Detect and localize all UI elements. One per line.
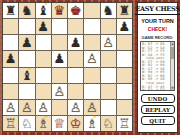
- piece-black-king-e8[interactable]: ♚: [70, 4, 82, 17]
- square-g2[interactable]: [101, 100, 116, 115]
- piece-black-queen-d8[interactable]: ♛: [54, 4, 66, 17]
- scroll-down-icon[interactable]: ▼: [171, 86, 174, 90]
- square-a7[interactable]: [3, 19, 18, 34]
- square-f3[interactable]: [84, 84, 99, 99]
- square-b3[interactable]: [19, 84, 34, 99]
- piece-white-pawn-g6[interactable]: ♙: [102, 36, 114, 49]
- square-e6[interactable]: ♟: [68, 35, 83, 50]
- piece-white-pawn-a2[interactable]: ♙: [5, 101, 17, 114]
- piece-black-pawn-a5[interactable]: ♟: [5, 52, 17, 65]
- square-f6[interactable]: [84, 35, 99, 50]
- piece-white-pawn-f2[interactable]: ♙: [86, 101, 98, 114]
- square-b4[interactable]: ♝: [19, 68, 34, 83]
- square-d6[interactable]: [52, 35, 67, 50]
- square-c2[interactable]: ♙: [36, 100, 51, 115]
- piece-white-rook-h1[interactable]: ♖: [119, 117, 131, 130]
- square-h1[interactable]: ♖: [117, 116, 132, 131]
- square-a3[interactable]: [3, 84, 18, 99]
- square-b2[interactable]: ♙: [19, 100, 34, 115]
- square-g7[interactable]: [101, 19, 116, 34]
- square-e7[interactable]: [68, 19, 83, 34]
- square-h5[interactable]: [117, 51, 132, 66]
- piece-white-pawn-b2[interactable]: ♙: [21, 101, 33, 114]
- square-f2[interactable]: ♙: [84, 100, 99, 115]
- square-e5[interactable]: [68, 51, 83, 66]
- square-f8[interactable]: [84, 3, 99, 18]
- side-panel: EASY CHESS YOUR TURN CHECK! GAME RECORD:…: [137, 2, 178, 133]
- square-e8[interactable]: ♚: [68, 3, 83, 18]
- square-c6[interactable]: [36, 35, 51, 50]
- square-g5[interactable]: [101, 51, 116, 66]
- square-g1[interactable]: ♘: [101, 116, 116, 131]
- square-d2[interactable]: [52, 100, 67, 115]
- scroll-up-icon[interactable]: ▲: [171, 42, 174, 46]
- record-scrollbar[interactable]: ▲ ▼: [170, 42, 174, 90]
- piece-white-rook-a1[interactable]: ♖: [5, 117, 17, 130]
- square-d8[interactable]: ♛: [52, 3, 67, 18]
- undo-button[interactable]: UNDO: [141, 94, 175, 103]
- piece-black-pawn-h7[interactable]: ♟: [119, 20, 131, 33]
- check-indicator: CHECK!: [148, 26, 167, 32]
- record-entry: W: D2 -> D3: [142, 89, 170, 90]
- piece-black-pawn-b6[interactable]: ♟: [21, 36, 33, 49]
- turn-indicator: YOUR TURN: [141, 18, 174, 24]
- square-g4[interactable]: [101, 68, 116, 83]
- square-b7[interactable]: [19, 19, 34, 34]
- piece-black-pawn-d5[interactable]: ♟: [54, 52, 66, 65]
- game-record-listbox: B: D7 -> D5W: G2 -> G4B: F7 -> F5W: G4 -…: [140, 41, 175, 91]
- piece-white-bishop-c1[interactable]: ♗: [37, 117, 49, 130]
- piece-black-knight-b8[interactable]: ♞: [21, 4, 33, 17]
- piece-white-knight-b1[interactable]: ♘: [21, 117, 33, 130]
- square-f7[interactable]: [84, 19, 99, 34]
- square-e4[interactable]: [68, 68, 83, 83]
- square-d4[interactable]: [52, 68, 67, 83]
- piece-white-pawn-f5[interactable]: ♙: [86, 52, 98, 65]
- piece-white-knight-g1[interactable]: ♘: [102, 117, 114, 130]
- square-a4[interactable]: [3, 68, 18, 83]
- square-c8[interactable]: ♝: [36, 3, 51, 18]
- square-g8[interactable]: ♞: [101, 3, 116, 18]
- square-g3[interactable]: [101, 84, 116, 99]
- square-a5[interactable]: ♟: [3, 51, 18, 66]
- piece-black-bishop-b4[interactable]: ♝: [21, 69, 33, 82]
- piece-black-rook-h8[interactable]: ♜: [119, 4, 131, 17]
- piece-black-pawn-c7[interactable]: ♟: [37, 20, 49, 33]
- square-e3[interactable]: [68, 84, 83, 99]
- piece-black-bishop-c8[interactable]: ♝: [37, 4, 49, 17]
- square-b8[interactable]: ♞: [19, 3, 34, 18]
- square-d3[interactable]: ♙: [52, 84, 67, 99]
- button-group: UNDO REPLAY QUIT: [141, 94, 175, 125]
- square-c7[interactable]: ♟: [36, 19, 51, 34]
- square-f4[interactable]: [84, 68, 99, 83]
- piece-black-pawn-e6[interactable]: ♟: [70, 36, 82, 49]
- square-h4[interactable]: [117, 68, 132, 83]
- piece-black-rook-a8[interactable]: ♜: [5, 4, 17, 17]
- scrollbar-thumb[interactable]: [171, 47, 174, 59]
- chess-board: ♜♞♝♛♚♞♜♟♟♟♟♙♟♟♙♝♙♙♙♙♙♙♖♘♗♕♔♗♘♖: [2, 2, 133, 132]
- square-a2[interactable]: ♙: [3, 100, 18, 115]
- square-h3[interactable]: [117, 84, 132, 99]
- game-record-label: GAME RECORD:: [142, 35, 174, 40]
- square-a8[interactable]: ♜: [3, 3, 18, 18]
- game-record-rows: B: D7 -> D5W: G2 -> G4B: F7 -> F5W: G4 -…: [141, 42, 170, 90]
- square-h2[interactable]: [117, 100, 132, 115]
- piece-white-queen-d1[interactable]: ♕: [54, 117, 66, 130]
- square-d7[interactable]: [52, 19, 67, 34]
- square-b5[interactable]: [19, 51, 34, 66]
- square-h6[interactable]: [117, 35, 132, 50]
- piece-white-bishop-f1[interactable]: ♗: [86, 117, 98, 130]
- square-c1[interactable]: ♗: [36, 116, 51, 131]
- app-frame: ♜♞♝♛♚♞♜♟♟♟♟♙♟♟♙♝♙♙♙♙♙♙♖♘♗♕♔♗♘♖ EASY CHES…: [0, 0, 180, 135]
- square-a1[interactable]: ♖: [3, 116, 18, 131]
- square-h7[interactable]: ♟: [117, 19, 132, 34]
- piece-white-pawn-c2[interactable]: ♙: [37, 101, 49, 114]
- square-e1[interactable]: ♔: [68, 116, 83, 131]
- game-title: EASY CHESS: [135, 5, 179, 15]
- piece-white-pawn-e2[interactable]: ♙: [70, 101, 82, 114]
- piece-white-king-e1[interactable]: ♔: [70, 117, 82, 130]
- square-f5[interactable]: ♙: [84, 51, 99, 66]
- replay-button[interactable]: REPLAY: [141, 105, 175, 114]
- quit-button[interactable]: QUIT: [141, 116, 175, 125]
- square-g6[interactable]: ♙: [101, 35, 116, 50]
- piece-black-knight-g8[interactable]: ♞: [102, 4, 114, 17]
- square-a6[interactable]: [3, 35, 18, 50]
- square-f1[interactable]: ♗: [84, 116, 99, 131]
- square-d1[interactable]: ♕: [52, 116, 67, 131]
- square-e2[interactable]: ♙: [68, 100, 83, 115]
- square-c3[interactable]: [36, 84, 51, 99]
- square-b6[interactable]: ♟: [19, 35, 34, 50]
- square-d5[interactable]: ♟: [52, 51, 67, 66]
- square-c4[interactable]: [36, 68, 51, 83]
- square-h8[interactable]: ♜: [117, 3, 132, 18]
- square-b1[interactable]: ♘: [19, 116, 34, 131]
- piece-white-pawn-d3[interactable]: ♙: [54, 85, 66, 98]
- square-c5[interactable]: [36, 51, 51, 66]
